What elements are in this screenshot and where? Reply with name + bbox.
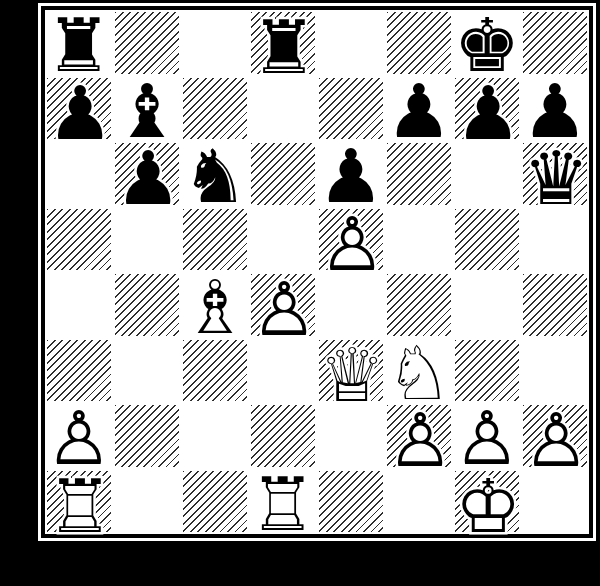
square-e8[interactable] [317, 10, 385, 76]
white-king[interactable]: ♚♔ [455, 469, 521, 543]
white-rook[interactable]: ♜♖ [249, 467, 317, 541]
white-pawn[interactable]: ♟♙ [319, 207, 385, 281]
square-b6[interactable]: ♟♟ [113, 141, 181, 207]
square-g1[interactable]: ♚♔ [453, 469, 521, 535]
white-rook[interactable]: ♜♖ [47, 469, 113, 543]
square-a8[interactable]: ♜♜ [45, 10, 113, 76]
black-rook[interactable]: ♜♜ [251, 10, 317, 84]
black-pawn[interactable]: ♟♟ [115, 141, 181, 215]
square-g8[interactable]: ♚♚ [453, 10, 521, 76]
square-d4[interactable]: ♟♙ [249, 272, 317, 338]
black-pawn[interactable]: ♟♟ [47, 76, 113, 150]
chess-board: ♜♜♜♜♚♚♟♟♝♝♟♟♟♟♟♟♟♟♞♞♟♟♛♛♟♙♝♗♟♙♛♕♞♘♟♙♟♙♟♙… [41, 6, 593, 538]
square-d2[interactable] [249, 403, 317, 469]
square-g6[interactable] [453, 141, 521, 207]
square-f4[interactable] [385, 272, 453, 338]
square-c1[interactable] [181, 469, 249, 535]
black-pawn-icon: ♟ [115, 141, 181, 215]
black-knight[interactable]: ♞♞ [181, 139, 249, 213]
square-a6[interactable] [45, 141, 113, 207]
square-a4[interactable] [45, 272, 113, 338]
square-g3[interactable] [453, 338, 521, 404]
square-b7[interactable]: ♝♝ [113, 76, 181, 142]
black-knight-icon: ♞ [182, 139, 248, 213]
white-bishop[interactable]: ♝♗ [181, 270, 249, 344]
black-pawn-icon: ♟ [47, 76, 113, 150]
white-pawn[interactable]: ♟♙ [251, 272, 317, 346]
square-e2[interactable] [317, 403, 385, 469]
square-f7[interactable]: ♟♟ [385, 76, 453, 142]
square-b8[interactable] [113, 10, 181, 76]
diagram-background: ♜♜♜♜♚♚♟♟♝♝♟♟♟♟♟♟♟♟♞♞♟♟♛♛♟♙♝♗♟♙♛♕♞♘♟♙♟♙♟♙… [0, 0, 600, 586]
square-b1[interactable] [113, 469, 181, 535]
black-queen-icon: ♛ [523, 141, 589, 215]
square-h4[interactable] [521, 272, 589, 338]
square-b2[interactable] [113, 403, 181, 469]
square-e1[interactable] [317, 469, 385, 535]
white-pawn[interactable]: ♟♙ [387, 403, 453, 477]
square-g4[interactable] [453, 272, 521, 338]
square-h3[interactable] [521, 338, 589, 404]
square-c8[interactable] [181, 10, 249, 76]
square-d3[interactable] [249, 338, 317, 404]
square-a1[interactable]: ♜♖ [45, 469, 113, 535]
square-e4[interactable] [317, 272, 385, 338]
square-d7[interactable] [249, 76, 317, 142]
square-h8[interactable] [521, 10, 589, 76]
square-c5[interactable] [181, 207, 249, 273]
white-queen[interactable]: ♛♕ [319, 338, 385, 412]
square-c7[interactable] [181, 76, 249, 142]
square-d8[interactable]: ♜♜ [249, 10, 317, 76]
white-pawn-icon: ♙ [319, 207, 385, 281]
square-e7[interactable] [317, 76, 385, 142]
square-d6[interactable] [249, 141, 317, 207]
black-rook-icon: ♜ [251, 10, 317, 84]
square-b3[interactable] [113, 338, 181, 404]
square-b5[interactable] [113, 207, 181, 273]
square-e5[interactable]: ♟♙ [317, 207, 385, 273]
black-pawn-icon: ♟ [455, 76, 521, 150]
square-g2[interactable]: ♟♙ [453, 403, 521, 469]
square-a3[interactable] [45, 338, 113, 404]
square-a7[interactable]: ♟♟ [45, 76, 113, 142]
square-d5[interactable] [249, 207, 317, 273]
square-d1[interactable]: ♜♖ [249, 469, 317, 535]
diagram-sheet: ♜♜♜♜♚♚♟♟♝♝♟♟♟♟♟♟♟♟♞♞♟♟♛♛♟♙♝♗♟♙♛♕♞♘♟♙♟♙♟♙… [38, 3, 596, 541]
square-a5[interactable] [45, 207, 113, 273]
square-g7[interactable]: ♟♟ [453, 76, 521, 142]
square-a2[interactable]: ♟♙ [45, 403, 113, 469]
white-pawn-icon: ♙ [251, 272, 317, 346]
square-h1[interactable] [521, 469, 589, 535]
square-h2[interactable]: ♟♙ [521, 403, 589, 469]
square-f3[interactable]: ♞♘ [385, 338, 453, 404]
square-c4[interactable]: ♝♗ [181, 272, 249, 338]
white-rook-icon: ♖ [250, 467, 316, 541]
white-pawn-icon: ♙ [523, 403, 589, 477]
square-f8[interactable] [385, 10, 453, 76]
square-c2[interactable] [181, 403, 249, 469]
square-b4[interactable] [113, 272, 181, 338]
square-e3[interactable]: ♛♕ [317, 338, 385, 404]
square-c6[interactable]: ♞♞ [181, 141, 249, 207]
black-queen[interactable]: ♛♛ [523, 141, 589, 215]
square-e6[interactable]: ♟♟ [317, 141, 385, 207]
white-rook-icon: ♖ [47, 469, 113, 543]
square-f1[interactable] [385, 469, 453, 535]
square-h5[interactable] [521, 207, 589, 273]
square-g5[interactable] [453, 207, 521, 273]
square-h6[interactable]: ♛♛ [521, 141, 589, 207]
white-pawn-icon: ♙ [387, 403, 453, 477]
square-f2[interactable]: ♟♙ [385, 403, 453, 469]
white-pawn[interactable]: ♟♙ [523, 403, 589, 477]
square-f6[interactable] [385, 141, 453, 207]
black-pawn[interactable]: ♟♟ [455, 76, 521, 150]
square-c3[interactable] [181, 338, 249, 404]
white-king-icon: ♔ [455, 469, 521, 543]
black-pawn[interactable]: ♟♟ [385, 74, 453, 148]
white-bishop-icon: ♗ [182, 270, 248, 344]
square-h7[interactable]: ♟♟ [521, 76, 589, 142]
square-f5[interactable] [385, 207, 453, 273]
white-queen-icon: ♕ [319, 338, 385, 412]
black-pawn-icon: ♟ [386, 74, 452, 148]
